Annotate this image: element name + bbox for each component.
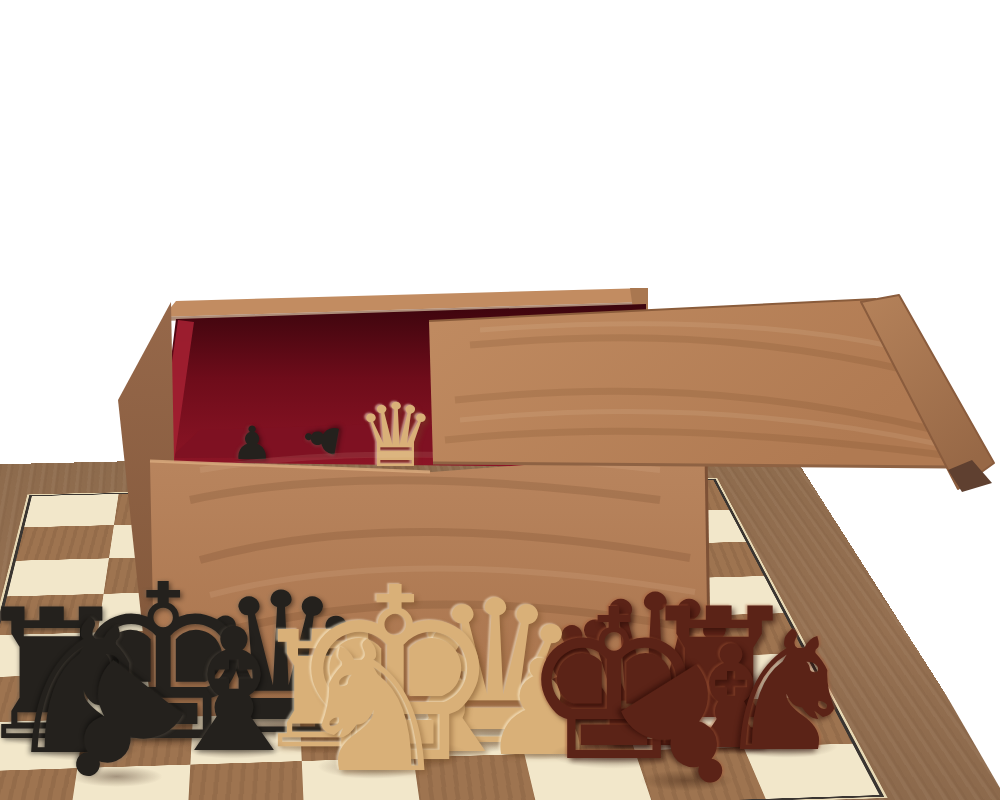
box-lid-panel <box>429 299 950 467</box>
square-h8 <box>629 480 729 512</box>
box-back-rim-shade <box>163 302 648 321</box>
ebony-pawn-in-box: ♟ <box>231 420 272 466</box>
square-d8 <box>290 488 380 521</box>
box-back-rim-endcap <box>630 288 648 318</box>
square-g8 <box>545 482 642 514</box>
square-e8 <box>376 486 468 519</box>
box-lid-grain <box>445 338 944 455</box>
box-back-rim <box>163 288 648 317</box>
scene: ♜♞♟♚♝♛♜♞♚♝♛♟♟♚♛♜♝♟♞♟♟♛ <box>0 0 1000 800</box>
square-b8 <box>114 492 205 525</box>
box-lid-handle-rail <box>861 295 994 489</box>
box-lid-grain-light <box>460 324 938 444</box>
box-lid-rail-notch <box>948 460 992 492</box>
square-a8 <box>24 494 118 527</box>
square-g7 <box>555 512 656 547</box>
boxwood-queen-in-box: ♛ <box>357 392 436 480</box>
box-lid-back-edge <box>429 299 876 321</box>
boxwood-knight: ♞ <box>292 618 453 798</box>
ebony-pawn-in-box: ♟ <box>297 416 347 462</box>
box-velvet-left-wall <box>158 320 194 462</box>
square-c8 <box>203 490 292 523</box>
background-mask-top <box>0 0 1000 452</box>
square-f8 <box>461 484 556 516</box>
square-h7 <box>642 510 746 544</box>
